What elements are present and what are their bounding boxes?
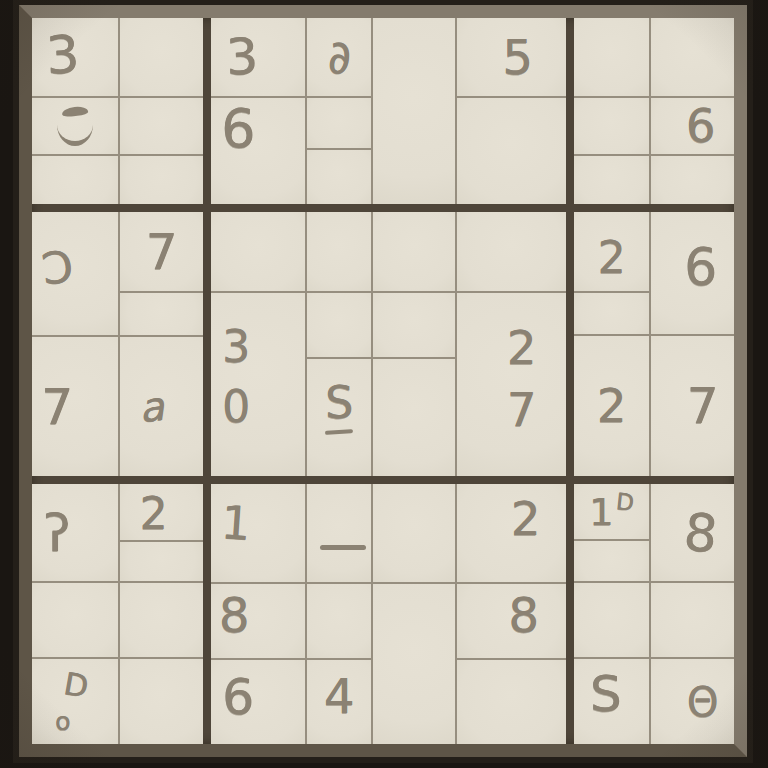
block-mid-right: 2267	[574, 212, 734, 476]
cell-mid-center-r2c3[interactable]	[373, 293, 455, 357]
cell-bottom-left-r2c2[interactable]	[120, 542, 203, 581]
digit-d: D	[61, 668, 90, 703]
sudoku-board: 336∂56Ɔ77a30S272267ʔDo21864281DS8Θ	[19, 5, 747, 757]
digit-2: 2	[598, 236, 626, 280]
cell-bottom-middle-r1c3[interactable]	[373, 484, 455, 582]
cell-mid-left-r3c1[interactable]: 7	[32, 337, 118, 476]
cell-bottom-left-r3c2[interactable]	[120, 583, 203, 657]
dash-mark	[320, 545, 366, 550]
cell-mid-left-r3c2[interactable]: a	[120, 337, 203, 476]
block-top-middle: 36∂5	[211, 18, 566, 204]
cell-mid-right-r3c2[interactable]: 7	[651, 336, 734, 476]
digit-7: 7	[507, 387, 536, 433]
digit-6: 6	[221, 102, 255, 156]
block-bottom-middle: 186428	[211, 484, 566, 744]
digit-1: 1	[220, 499, 252, 547]
digit-6: 6	[684, 241, 717, 293]
cell-top-middle-r2c4[interactable]	[457, 98, 566, 204]
cell-bottom-middle-r2c3[interactable]	[373, 584, 455, 744]
cell-bottom-middle-r2c1[interactable]: 8	[211, 584, 305, 658]
cell-top-left-r2c1[interactable]	[32, 98, 118, 154]
cell-top-middle-r1c2[interactable]: ∂	[307, 18, 371, 96]
cell-top-middle-r1c3[interactable]	[373, 18, 455, 204]
block-mid-center: 30S27	[211, 212, 566, 476]
cell-top-left-r2c2[interactable]	[120, 98, 203, 154]
cell-bottom-left-r4c1[interactable]: Do	[32, 659, 118, 744]
block-bottom-right: 1DS8Θ	[574, 484, 734, 744]
block-bottom-left: ʔDo2	[32, 484, 203, 744]
cell-mid-right-r2c1[interactable]	[574, 293, 649, 334]
cell-top-left-r3c1[interactable]	[32, 156, 118, 204]
squiggle-stroke	[62, 105, 89, 117]
digit-0: 0	[222, 385, 250, 429]
cell-bottom-right-r1c2[interactable]: 8	[651, 484, 734, 581]
digits-2-7: 27	[507, 325, 536, 433]
cell-bottom-left-r1c2[interactable]: 2	[120, 484, 203, 540]
cell-mid-left-r1c2[interactable]: 7	[120, 212, 203, 291]
cell-bottom-left-r1c1[interactable]: ʔ	[32, 484, 118, 581]
cell-bottom-middle-r1c2[interactable]	[307, 484, 371, 582]
cell-bottom-middle-r3c4[interactable]	[457, 660, 566, 744]
screenshot-root: 336∂56Ɔ77a30S272267ʔDo21864281DS8Θ	[0, 0, 768, 768]
cell-top-right-r3c2[interactable]	[651, 156, 734, 204]
squiggle-stroke	[57, 125, 93, 146]
digit-3: 3	[222, 325, 250, 369]
digit-a-squiggle: a	[137, 385, 166, 427]
digit-8: 8	[219, 591, 250, 639]
digit-s-underline: S	[325, 381, 353, 434]
cell-bottom-middle-r2c2[interactable]	[307, 584, 371, 658]
digit-hook-2: ʔ	[44, 507, 71, 559]
cell-mid-center-r1c1[interactable]	[211, 212, 305, 291]
block-mid-left: Ɔ77a	[32, 212, 203, 476]
cell-bottom-right-r2c1[interactable]	[574, 541, 649, 581]
squiggle-2	[57, 107, 93, 146]
digit-3: 3	[45, 28, 81, 82]
digit-3: 3	[225, 31, 259, 82]
digit-open-2: Ɔ	[39, 244, 76, 292]
digit-d-o-8: Do	[52, 670, 98, 734]
cell-top-right-r1c1[interactable]	[574, 18, 649, 96]
digit-s: S	[590, 669, 622, 719]
cell-mid-center-r3c2[interactable]: S	[307, 359, 371, 476]
digit-5: 5	[502, 33, 533, 81]
cell-top-right-r2c1[interactable]	[574, 98, 649, 154]
cell-bottom-middle-r1c4[interactable]: 2	[457, 484, 566, 582]
cell-top-left-r3c2[interactable]	[120, 156, 203, 204]
cell-top-left-r1c2[interactable]	[120, 18, 203, 96]
cell-mid-left-r1c1[interactable]: Ɔ	[32, 212, 118, 335]
digit-7: 7	[687, 381, 719, 431]
cell-bottom-middle-r3c1[interactable]: 6	[211, 660, 305, 744]
digits-3-0: 30	[222, 325, 250, 429]
cell-bottom-middle-r1c1[interactable]: 1	[211, 484, 305, 582]
cell-mid-center-r3c3[interactable]	[373, 359, 455, 476]
digit-1d: 1D	[589, 493, 634, 531]
cell-mid-right-r1c1[interactable]: 2	[574, 212, 649, 291]
block-top-left: 3	[32, 18, 203, 204]
cell-top-middle-r1c4[interactable]: 5	[457, 18, 566, 96]
digit-2: 2	[140, 492, 168, 536]
digit-theta-0: Θ	[687, 682, 718, 722]
cell-mid-center-r1c4[interactable]	[457, 212, 566, 291]
digit-8: 8	[681, 505, 719, 560]
underline-stroke	[325, 429, 353, 435]
digit-small-d: D	[615, 490, 635, 515]
dash-stroke	[320, 545, 366, 550]
block-top-right: 6	[574, 18, 734, 204]
cell-mid-right-r1c2[interactable]: 6	[651, 212, 734, 334]
cell-top-middle-r2c2[interactable]	[307, 98, 371, 148]
digit-s: S	[325, 381, 353, 425]
cell-top-right-r2c2[interactable]: 6	[651, 98, 734, 154]
cell-mid-center-r2c1[interactable]: 30	[211, 293, 305, 476]
cell-mid-right-r3c1[interactable]: 2	[574, 336, 649, 476]
digit-8: 8	[508, 591, 539, 639]
cell-mid-left-r2c2[interactable]	[120, 293, 203, 335]
cell-top-right-r1c2[interactable]	[651, 18, 734, 96]
cell-top-middle-r3c2[interactable]	[307, 150, 371, 204]
digit-1: 1	[589, 493, 613, 531]
cell-bottom-middle-r2c4[interactable]: 8	[457, 584, 566, 658]
digit-7: 7	[41, 382, 73, 432]
digit-7: 7	[146, 227, 178, 277]
cell-bottom-middle-r3c2[interactable]: 4	[307, 660, 371, 744]
cell-bottom-right-r4c2[interactable]: Θ	[651, 659, 734, 744]
digit-4: 4	[324, 672, 355, 720]
cell-top-left-r1c1[interactable]: 3	[32, 18, 118, 96]
cell-bottom-right-r3c1[interactable]	[574, 583, 649, 657]
cell-mid-center-r2c4[interactable]: 27	[457, 293, 566, 476]
cell-bottom-right-r4c1[interactable]: S	[574, 659, 649, 744]
digit-2: 2	[597, 383, 626, 429]
cell-bottom-right-r1c1[interactable]: 1D	[574, 484, 649, 539]
cell-bottom-left-r4c2[interactable]	[120, 659, 203, 744]
digit-o: o	[55, 709, 70, 734]
cell-bottom-left-r3c1[interactable]	[32, 583, 118, 657]
digit-partial-2: ∂	[326, 33, 353, 81]
digit-6: 6	[686, 103, 715, 149]
cell-bottom-right-r3c2[interactable]	[651, 583, 734, 657]
digit-2: 2	[511, 496, 540, 542]
cell-mid-center-r1c3[interactable]	[373, 212, 455, 291]
cell-top-right-r3c1[interactable]	[574, 156, 649, 204]
cell-mid-center-r2c2[interactable]	[307, 293, 371, 357]
cell-top-middle-r2c1[interactable]: 6	[211, 98, 305, 204]
cell-mid-center-r1c2[interactable]	[307, 212, 371, 291]
digit-2: 2	[507, 325, 536, 371]
cell-top-middle-r1c1[interactable]: 3	[211, 18, 305, 96]
digit-6: 6	[222, 672, 254, 722]
